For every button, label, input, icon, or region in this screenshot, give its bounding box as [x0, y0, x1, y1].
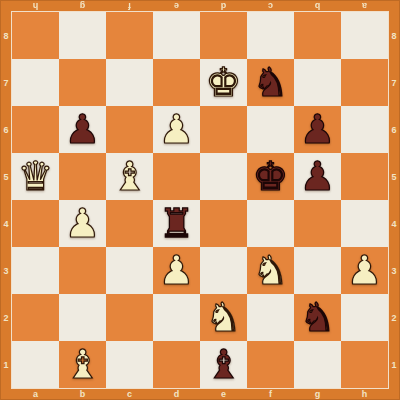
square-g3[interactable]	[294, 247, 341, 294]
rank-label: 4	[388, 200, 400, 247]
square-e3[interactable]	[200, 247, 247, 294]
bottom-file-labels: abcdefgh	[12, 388, 388, 400]
square-f5[interactable]: ♚	[247, 153, 294, 200]
left-rank-labels: 87654321	[0, 12, 12, 388]
square-g1[interactable]	[294, 341, 341, 388]
square-a2[interactable]	[12, 294, 59, 341]
square-d6[interactable]: ♟	[153, 106, 200, 153]
piece-white-bishop[interactable]: ♝	[65, 341, 101, 388]
piece-white-pawn[interactable]: ♟	[65, 200, 101, 247]
square-a3[interactable]	[12, 247, 59, 294]
square-a7[interactable]	[12, 59, 59, 106]
square-e7[interactable]: ♚	[200, 59, 247, 106]
square-g5[interactable]: ♟	[294, 153, 341, 200]
rank-label: 5	[0, 153, 12, 200]
square-g8[interactable]	[294, 12, 341, 59]
square-e2[interactable]: ♞	[200, 294, 247, 341]
square-b7[interactable]	[59, 59, 106, 106]
square-h3[interactable]: ♟	[341, 247, 388, 294]
file-label: b	[59, 388, 106, 400]
piece-black-bishop[interactable]: ♝	[206, 341, 242, 388]
square-a1[interactable]	[12, 341, 59, 388]
rank-label: 3	[388, 247, 400, 294]
square-f2[interactable]	[247, 294, 294, 341]
rank-label: 3	[0, 247, 12, 294]
piece-white-knight[interactable]: ♞	[253, 247, 289, 294]
piece-white-bishop[interactable]: ♝	[112, 153, 148, 200]
rank-label: 7	[0, 59, 12, 106]
square-e1[interactable]: ♝	[200, 341, 247, 388]
top-file-labels: hgfedcba	[12, 0, 388, 12]
file-label: g	[59, 0, 106, 12]
square-h2[interactable]	[341, 294, 388, 341]
square-h5[interactable]	[341, 153, 388, 200]
square-g4[interactable]	[294, 200, 341, 247]
square-e4[interactable]	[200, 200, 247, 247]
file-label: f	[106, 0, 153, 12]
rank-label: 8	[388, 12, 400, 59]
square-b4[interactable]: ♟	[59, 200, 106, 247]
square-a8[interactable]	[12, 12, 59, 59]
square-c6[interactable]	[106, 106, 153, 153]
square-h7[interactable]	[341, 59, 388, 106]
square-c8[interactable]	[106, 12, 153, 59]
square-b8[interactable]	[59, 12, 106, 59]
file-label: d	[200, 0, 247, 12]
chess-board: ♚♞♟♟♟♛♝♚♟♟♜♟♞♟♞♞♝♝	[12, 12, 388, 388]
chess-board-frame: hgfedcba abcdefgh 87654321 87654321 ♚♞♟♟…	[0, 0, 400, 400]
square-g6[interactable]: ♟	[294, 106, 341, 153]
piece-white-pawn[interactable]: ♟	[159, 247, 195, 294]
square-d2[interactable]	[153, 294, 200, 341]
piece-black-pawn[interactable]: ♟	[300, 153, 336, 200]
square-g2[interactable]: ♞	[294, 294, 341, 341]
square-c3[interactable]	[106, 247, 153, 294]
square-f1[interactable]	[247, 341, 294, 388]
square-d4[interactable]: ♜	[153, 200, 200, 247]
square-f4[interactable]	[247, 200, 294, 247]
rank-label: 2	[388, 294, 400, 341]
square-b1[interactable]: ♝	[59, 341, 106, 388]
file-label: e	[200, 388, 247, 400]
square-b3[interactable]	[59, 247, 106, 294]
piece-white-pawn[interactable]: ♟	[347, 247, 383, 294]
piece-white-pawn[interactable]: ♟	[159, 106, 195, 153]
file-label: a	[12, 388, 59, 400]
piece-white-queen[interactable]: ♛	[18, 153, 54, 200]
piece-black-knight[interactable]: ♞	[253, 59, 289, 106]
piece-black-king[interactable]: ♚	[253, 153, 289, 200]
square-h4[interactable]	[341, 200, 388, 247]
square-f7[interactable]: ♞	[247, 59, 294, 106]
square-a4[interactable]	[12, 200, 59, 247]
square-e5[interactable]	[200, 153, 247, 200]
piece-white-knight[interactable]: ♞	[206, 294, 242, 341]
square-h1[interactable]	[341, 341, 388, 388]
file-label: c	[106, 388, 153, 400]
square-c1[interactable]	[106, 341, 153, 388]
square-e6[interactable]	[200, 106, 247, 153]
square-d1[interactable]	[153, 341, 200, 388]
rank-label: 5	[388, 153, 400, 200]
rank-label: 4	[0, 200, 12, 247]
file-label: d	[153, 388, 200, 400]
rank-label: 1	[0, 341, 12, 388]
piece-black-rook[interactable]: ♜	[159, 200, 195, 247]
square-h8[interactable]	[341, 12, 388, 59]
rank-label: 8	[0, 12, 12, 59]
square-b6[interactable]: ♟	[59, 106, 106, 153]
square-b5[interactable]	[59, 153, 106, 200]
square-d5[interactable]	[153, 153, 200, 200]
square-f3[interactable]: ♞	[247, 247, 294, 294]
square-a6[interactable]	[12, 106, 59, 153]
square-c7[interactable]	[106, 59, 153, 106]
file-label: a	[341, 0, 388, 12]
file-label: f	[247, 388, 294, 400]
piece-black-knight[interactable]: ♞	[300, 294, 336, 341]
square-g7[interactable]	[294, 59, 341, 106]
square-d8[interactable]	[153, 12, 200, 59]
square-f6[interactable]	[247, 106, 294, 153]
rank-label: 6	[388, 106, 400, 153]
square-c4[interactable]	[106, 200, 153, 247]
file-label: b	[294, 0, 341, 12]
file-label: e	[153, 0, 200, 12]
square-a5[interactable]: ♛	[12, 153, 59, 200]
square-h6[interactable]	[341, 106, 388, 153]
rank-label: 6	[0, 106, 12, 153]
square-f8[interactable]	[247, 12, 294, 59]
square-e8[interactable]	[200, 12, 247, 59]
square-c2[interactable]	[106, 294, 153, 341]
piece-black-pawn[interactable]: ♟	[300, 106, 336, 153]
rank-label: 1	[388, 341, 400, 388]
square-d7[interactable]	[153, 59, 200, 106]
square-c5[interactable]: ♝	[106, 153, 153, 200]
square-d3[interactable]: ♟	[153, 247, 200, 294]
file-label: c	[247, 0, 294, 12]
rank-label: 2	[0, 294, 12, 341]
right-rank-labels: 87654321	[388, 12, 400, 388]
square-b2[interactable]	[59, 294, 106, 341]
file-label: g	[294, 388, 341, 400]
piece-black-pawn[interactable]: ♟	[65, 106, 101, 153]
rank-label: 7	[388, 59, 400, 106]
file-label: h	[12, 0, 59, 12]
file-label: h	[341, 388, 388, 400]
piece-white-king[interactable]: ♚	[206, 59, 242, 106]
